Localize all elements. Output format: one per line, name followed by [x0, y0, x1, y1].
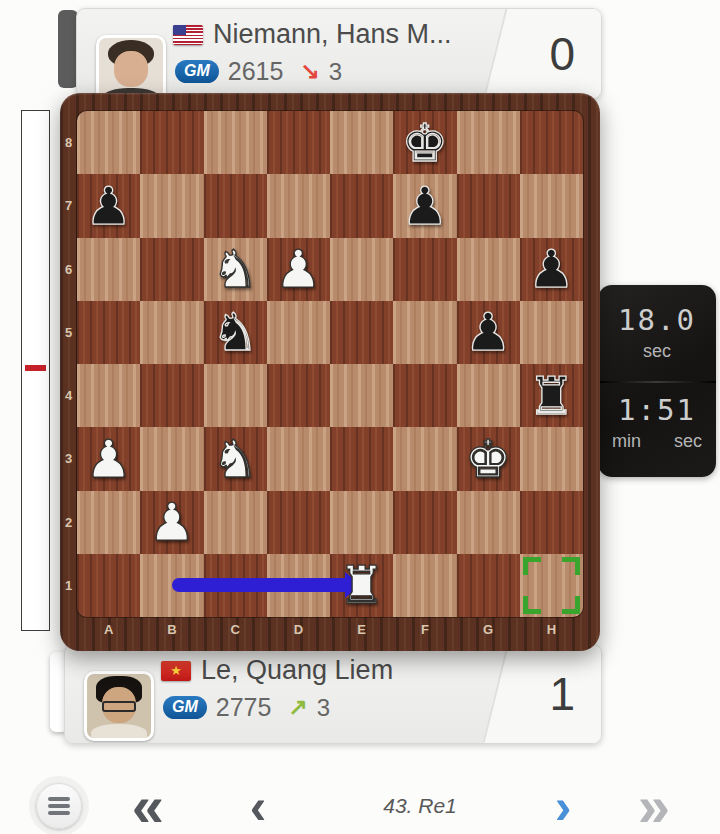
vietnam-flag-icon: [161, 661, 191, 681]
square-d5[interactable]: [267, 301, 330, 364]
player-card-top[interactable]: Niemann, Hans M... GM 2615 ↘ 3 0: [76, 8, 602, 99]
square-h5[interactable]: [520, 301, 583, 364]
eval-marker: [25, 365, 46, 371]
score-bottom: 1: [549, 667, 575, 721]
white-rook-piece[interactable]: ♜: [338, 559, 385, 611]
square-b8[interactable]: [140, 111, 203, 174]
square-e3[interactable]: [330, 427, 393, 490]
hamburger-icon: [48, 811, 70, 815]
rating-down-icon: ↘: [300, 58, 319, 85]
square-e1[interactable]: ♜: [330, 554, 393, 617]
square-b7[interactable]: [140, 174, 203, 237]
highlight-square: [520, 554, 583, 617]
rating-change-top: 3: [329, 58, 342, 86]
file-labels: ABCDEFGH: [77, 617, 583, 645]
square-f6[interactable]: [393, 238, 456, 301]
black-rook-piece[interactable]: ♜: [528, 370, 575, 422]
square-d6[interactable]: ♟: [267, 238, 330, 301]
square-b3[interactable]: [140, 427, 203, 490]
player-name-row: Niemann, Hans M...: [173, 19, 452, 50]
square-h6[interactable]: ♟: [520, 238, 583, 301]
square-f2[interactable]: [393, 491, 456, 554]
menu-button[interactable]: [36, 783, 82, 829]
avatar-bottom: [84, 671, 154, 741]
current-move-label: 43. Re1: [383, 794, 457, 818]
square-e7[interactable]: [330, 174, 393, 237]
player-card-bottom[interactable]: Le, Quang Liem GM 2775 ↗ 3 1: [64, 644, 602, 744]
rank-label-2: 2: [60, 491, 77, 554]
rating-up-icon: ↗: [288, 694, 307, 721]
rating-change-bottom: 3: [317, 694, 330, 722]
square-e4[interactable]: [330, 364, 393, 427]
rank-label-8: 8: [60, 111, 77, 174]
square-c2[interactable]: [204, 491, 267, 554]
file-label-e: E: [330, 617, 393, 645]
square-b4[interactable]: [140, 364, 203, 427]
square-d4[interactable]: [267, 364, 330, 427]
player-name-bottom: Le, Quang Liem: [201, 655, 393, 686]
usa-flag-icon: [173, 25, 203, 45]
clock-panel: 18.0 sec 1:51 min sec: [598, 285, 716, 477]
square-g3[interactable]: ♚: [457, 427, 520, 490]
gm-title-badge: GM: [175, 60, 219, 83]
square-e6[interactable]: [330, 238, 393, 301]
square-c8[interactable]: [204, 111, 267, 174]
white-pawn-piece[interactable]: ♟: [85, 433, 132, 485]
score-top: 0: [549, 27, 575, 81]
square-e2[interactable]: [330, 491, 393, 554]
clock-seconds-value: 18.0: [598, 303, 716, 337]
file-label-g: G: [457, 617, 520, 645]
move-navigation: « ‹ 43. Re1 › »: [0, 778, 720, 834]
square-h3[interactable]: [520, 427, 583, 490]
hamburger-icon: [48, 797, 70, 801]
square-g4[interactable]: [457, 364, 520, 427]
square-h4[interactable]: ♜: [520, 364, 583, 427]
square-a4[interactable]: [77, 364, 140, 427]
square-a2[interactable]: [77, 491, 140, 554]
square-a5[interactable]: [77, 301, 140, 364]
player-rating-bottom: 2775: [216, 693, 272, 722]
square-c7[interactable]: [204, 174, 267, 237]
rank-label-7: 7: [60, 174, 77, 237]
square-g1[interactable]: [457, 554, 520, 617]
player-name-row: Le, Quang Liem: [161, 655, 393, 686]
white-knight-piece[interactable]: ♞: [212, 243, 259, 295]
square-c6[interactable]: ♞: [204, 238, 267, 301]
player-rating-row: GM 2615 ↘ 3: [175, 57, 342, 86]
white-pawn-piece[interactable]: ♟: [275, 243, 322, 295]
last-move-button[interactable]: »: [638, 777, 670, 834]
square-b6[interactable]: [140, 238, 203, 301]
white-king-piece[interactable]: ♚: [465, 433, 512, 485]
black-side-tab: [58, 10, 78, 88]
square-g6[interactable]: [457, 238, 520, 301]
square-f5[interactable]: [393, 301, 456, 364]
rank-label-3: 3: [60, 427, 77, 490]
first-move-button[interactable]: «: [132, 777, 164, 834]
rank-label-5: 5: [60, 301, 77, 364]
clock-seconds-unit: sec: [598, 341, 716, 362]
player-rating-row: GM 2775 ↗ 3: [163, 693, 330, 722]
square-h2[interactable]: [520, 491, 583, 554]
square-a7[interactable]: ♟: [77, 174, 140, 237]
board-squares-area: ♚♟♟♞♟♟♞♟♜♟♞♚♟♜: [77, 111, 583, 617]
clock-seconds-section: 18.0 sec: [598, 303, 716, 362]
file-label-c: C: [204, 617, 267, 645]
square-c4[interactable]: [204, 364, 267, 427]
square-g5[interactable]: ♟: [457, 301, 520, 364]
player-name-top: Niemann, Hans M...: [213, 19, 452, 50]
board-grid: ♚♟♟♞♟♟♞♟♜♟♞♚♟♜: [77, 111, 583, 617]
square-a3[interactable]: ♟: [77, 427, 140, 490]
black-pawn-piece[interactable]: ♟: [85, 180, 132, 232]
rank-labels: 87654321: [60, 111, 77, 617]
square-f4[interactable]: [393, 364, 456, 427]
square-h7[interactable]: [520, 174, 583, 237]
black-pawn-piece[interactable]: ♟: [465, 306, 512, 358]
square-e8[interactable]: [330, 111, 393, 174]
square-a8[interactable]: [77, 111, 140, 174]
player-rating-top: 2615: [228, 57, 284, 86]
score-panel-bottom: [477, 644, 602, 744]
avatar-torso: [91, 724, 147, 741]
clock-time-units: min sec: [598, 427, 716, 452]
square-b5[interactable]: [140, 301, 203, 364]
clock-min-unit: min: [612, 431, 641, 452]
rank-label-1: 1: [60, 554, 77, 617]
square-g2[interactable]: [457, 491, 520, 554]
chess-board: 87654321 ABCDEFGH ♚♟♟♞♟♟♞♟♜♟♞♚♟♜: [60, 93, 600, 651]
score-panel-top: [479, 8, 602, 99]
square-a1[interactable]: [77, 554, 140, 617]
previous-move-button[interactable]: ‹: [250, 781, 267, 831]
black-pawn-piece[interactable]: ♟: [402, 180, 449, 232]
square-h8[interactable]: [520, 111, 583, 174]
chess-broadcast-app: Niemann, Hans M... GM 2615 ↘ 3 0 18.0 se…: [0, 0, 720, 834]
square-f8[interactable]: ♚: [393, 111, 456, 174]
white-pawn-piece[interactable]: ♟: [149, 496, 196, 548]
square-c5[interactable]: ♞: [204, 301, 267, 364]
square-d2[interactable]: [267, 491, 330, 554]
file-label-f: F: [393, 617, 456, 645]
avatar-top: [96, 35, 166, 99]
square-g8[interactable]: [457, 111, 520, 174]
rank-label-6: 6: [60, 238, 77, 301]
clock-divider: [598, 381, 716, 383]
rank-label-4: 4: [60, 364, 77, 427]
next-move-button[interactable]: ›: [555, 781, 572, 831]
file-label-b: B: [140, 617, 203, 645]
square-g7[interactable]: [457, 174, 520, 237]
avatar-glasses: [102, 701, 136, 712]
eval-bar: [21, 110, 50, 631]
clock-sec-unit: sec: [674, 431, 702, 452]
square-f1[interactable]: [393, 554, 456, 617]
square-d3[interactable]: [267, 427, 330, 490]
file-label-a: A: [77, 617, 140, 645]
square-f7[interactable]: ♟: [393, 174, 456, 237]
last-move-arrow: [172, 578, 346, 592]
square-f3[interactable]: [393, 427, 456, 490]
file-label-d: D: [267, 617, 330, 645]
square-b2[interactable]: ♟: [140, 491, 203, 554]
hamburger-icon: [48, 804, 70, 808]
avatar-face: [114, 51, 148, 87]
square-d7[interactable]: [267, 174, 330, 237]
square-c3[interactable]: ♞: [204, 427, 267, 490]
clock-time-value: 1:51: [598, 393, 716, 427]
square-e5[interactable]: [330, 301, 393, 364]
gm-title-badge: GM: [163, 696, 207, 719]
square-d8[interactable]: [267, 111, 330, 174]
black-knight-piece[interactable]: ♞: [212, 306, 259, 358]
file-label-h: H: [520, 617, 583, 645]
black-pawn-piece[interactable]: ♟: [528, 243, 575, 295]
black-king-piece[interactable]: ♚: [402, 117, 449, 169]
white-knight-piece[interactable]: ♞: [212, 433, 259, 485]
square-a6[interactable]: [77, 238, 140, 301]
clock-time-section: 1:51 min sec: [598, 393, 716, 452]
